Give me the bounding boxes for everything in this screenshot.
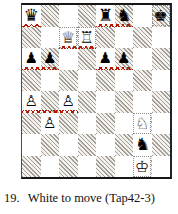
square-a3[interactable]: [22, 113, 41, 135]
spellcheck-squiggle: [22, 110, 78, 113]
square-a7[interactable]: [22, 27, 41, 49]
square-g1[interactable]: ♔: [133, 156, 152, 178]
square-c2[interactable]: [59, 134, 78, 156]
square-d8[interactable]: [78, 5, 97, 27]
square-e5[interactable]: [96, 70, 115, 92]
white-king[interactable]: ♔: [135, 157, 149, 176]
square-b3[interactable]: ♙: [41, 113, 60, 135]
square-f7[interactable]: [115, 27, 134, 49]
square-g2[interactable]: ♞: [133, 134, 152, 156]
square-f5[interactable]: [115, 70, 134, 92]
document-page: ♛♜♞♚♕♖♟♟♟♟♙♙♙♘♞♔ 19.White to move (Tap42…: [0, 0, 178, 214]
square-d3[interactable]: [78, 113, 97, 135]
square-g5[interactable]: [133, 70, 152, 92]
square-f2[interactable]: [115, 134, 134, 156]
square-c1[interactable]: [59, 156, 78, 178]
square-b7[interactable]: [41, 27, 60, 49]
square-h3[interactable]: [152, 113, 171, 135]
square-b5[interactable]: [41, 70, 60, 92]
square-b1[interactable]: [41, 156, 60, 178]
square-g7[interactable]: [133, 27, 152, 49]
square-e2[interactable]: [96, 134, 115, 156]
white-knight[interactable]: ♘: [135, 114, 149, 133]
caption-text: White to move (Tap42-3): [28, 191, 155, 205]
spellcheck-squiggle: [96, 67, 133, 70]
square-h1[interactable]: [152, 156, 171, 178]
square-d1[interactable]: [78, 156, 97, 178]
square-c8[interactable]: [59, 5, 78, 27]
square-d5[interactable]: [78, 70, 97, 92]
square-b8[interactable]: [41, 5, 60, 27]
square-d2[interactable]: [78, 134, 97, 156]
square-c5[interactable]: [59, 70, 78, 92]
diagram-caption: 19.White to move (Tap42-3): [4, 191, 176, 206]
square-f1[interactable]: [115, 156, 134, 178]
square-d4[interactable]: [78, 91, 97, 113]
square-h4[interactable]: [152, 91, 171, 113]
square-h2[interactable]: [152, 134, 171, 156]
square-h8[interactable]: ♚: [152, 5, 171, 27]
spellcheck-squiggle: [96, 24, 133, 27]
piece-selection-box: ♘: [133, 113, 151, 134]
square-a5[interactable]: [22, 70, 41, 92]
piece-selection-box: ♚: [152, 5, 170, 26]
square-e1[interactable]: [96, 156, 115, 178]
square-g4[interactable]: [133, 91, 152, 113]
piece-selection-box: ♔: [133, 156, 151, 177]
black-king[interactable]: ♚: [154, 6, 168, 25]
square-c6[interactable]: [59, 48, 78, 70]
white-queen[interactable]: ♕: [61, 28, 75, 47]
square-f4[interactable]: [115, 91, 134, 113]
square-e7[interactable]: [96, 27, 115, 49]
puzzle-number: 19.: [4, 191, 20, 205]
square-g8[interactable]: [133, 5, 152, 27]
square-g3[interactable]: ♘: [133, 113, 152, 135]
square-h5[interactable]: [152, 70, 171, 92]
square-e3[interactable]: [96, 113, 115, 135]
spellcheck-squiggle: [59, 46, 96, 49]
white-rook[interactable]: ♖: [80, 28, 94, 47]
square-a1[interactable]: [22, 156, 41, 178]
black-knight[interactable]: ♞: [135, 134, 150, 156]
square-c3[interactable]: [59, 113, 78, 135]
spellcheck-squiggle: [22, 24, 41, 27]
white-pawn[interactable]: ♙: [43, 113, 56, 135]
square-b2[interactable]: [41, 134, 60, 156]
spellcheck-squiggle: [22, 67, 59, 70]
square-e4[interactable]: [96, 91, 115, 113]
chess-board-frame: ♛♜♞♚♕♖♟♟♟♟♙♙♙♘♞♔: [21, 3, 172, 179]
square-g6[interactable]: [133, 48, 152, 70]
square-d6[interactable]: [78, 48, 97, 70]
square-h6[interactable]: [152, 48, 171, 70]
square-h7[interactable]: [152, 27, 171, 49]
square-f3[interactable]: [115, 113, 134, 135]
chess-board: ♛♜♞♚♕♖♟♟♟♟♙♙♙♘♞♔: [22, 5, 170, 177]
square-a2[interactable]: [22, 134, 41, 156]
